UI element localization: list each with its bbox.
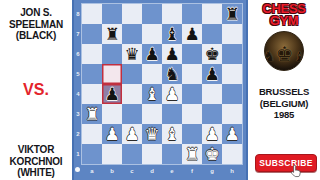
square-f4[interactable] <box>182 84 202 104</box>
black-player-line1: JON S. <box>0 7 72 19</box>
square-d4[interactable]: ♝ <box>142 84 162 104</box>
square-d2[interactable]: ♛ <box>142 124 162 144</box>
file-label-f: f <box>182 165 202 177</box>
square-g2[interactable]: ♟ <box>202 124 222 144</box>
square-c4[interactable] <box>122 84 142 104</box>
square-b7[interactable]: ♜ <box>102 24 122 44</box>
white-pawn: ♟ <box>224 124 239 144</box>
square-h7[interactable] <box>222 24 242 44</box>
square-e5[interactable]: ♞ <box>162 64 182 84</box>
white-player-line3: (WHITE) <box>0 167 72 179</box>
square-e7[interactable]: ♝ <box>162 24 182 44</box>
square-c7[interactable] <box>122 24 142 44</box>
black-pawn: ♟ <box>144 44 159 64</box>
logo-king-icon: ♚ <box>275 44 293 64</box>
file-label-e: e <box>162 165 182 177</box>
black-rook: ♜ <box>104 24 119 44</box>
rank-label-3: 3 <box>74 104 82 124</box>
event-year: 1985 <box>248 109 320 121</box>
board-area: 87654321 ♜♜♝♟♛♟♟♚♞♟♟♝♟♜♟♟♛♝♟♟♜♚ abcdefgh <box>72 0 248 180</box>
logo-bishop-icon: ♝ <box>293 50 304 63</box>
square-c6[interactable]: ♛ <box>122 44 142 64</box>
black-queen: ♛ <box>124 44 139 64</box>
square-d6[interactable]: ♟ <box>142 44 162 64</box>
square-g3[interactable] <box>202 104 222 124</box>
square-d3[interactable] <box>142 104 162 124</box>
black-pawn: ♟ <box>204 64 219 84</box>
square-g1[interactable]: ♚ <box>202 144 222 164</box>
square-g6[interactable]: ♚ <box>202 44 222 64</box>
subscribe-button[interactable]: SUBSCRIBE <box>255 154 317 172</box>
square-e4[interactable]: ♟ <box>162 84 182 104</box>
black-pawn: ♟ <box>164 44 179 64</box>
file-label-d: d <box>142 165 162 177</box>
black-player-line2: SPEELMAN <box>0 19 72 31</box>
square-d7[interactable] <box>142 24 162 44</box>
square-c5[interactable] <box>122 64 142 84</box>
square-b3[interactable] <box>102 104 122 124</box>
white-rook: ♜ <box>84 104 99 124</box>
square-e6[interactable]: ♟ <box>162 44 182 64</box>
square-a6[interactable] <box>82 44 102 64</box>
square-g5[interactable]: ♟ <box>202 64 222 84</box>
square-f2[interactable] <box>182 124 202 144</box>
rank-labels: 87654321 <box>74 4 82 164</box>
white-queen: ♛ <box>144 124 159 144</box>
rank-label-8: 8 <box>74 4 82 24</box>
rank-label-4: 4 <box>74 84 82 104</box>
square-a2[interactable] <box>82 124 102 144</box>
white-pawn: ♟ <box>104 124 119 144</box>
square-d5[interactable] <box>142 64 162 84</box>
white-player-name: VIKTOR KORCHNOI (WHITE) <box>0 144 72 179</box>
square-e8[interactable] <box>162 4 182 24</box>
file-labels: abcdefgh <box>82 165 242 177</box>
square-g7[interactable] <box>202 24 222 44</box>
square-c8[interactable] <box>122 4 142 24</box>
rank-label-5: 5 <box>74 64 82 84</box>
rank-label-7: 7 <box>74 24 82 44</box>
white-pawn: ♟ <box>164 84 179 104</box>
file-label-b: b <box>102 165 122 177</box>
rank-label-6: 6 <box>74 44 82 64</box>
square-c1[interactable] <box>122 144 142 164</box>
rank-label-1: 1 <box>74 144 82 164</box>
white-player-line2: KORCHNOI <box>0 156 72 168</box>
square-h1[interactable] <box>222 144 242 164</box>
square-f8[interactable] <box>182 4 202 24</box>
black-player-line3: (BLACK) <box>0 30 72 42</box>
white-pawn: ♟ <box>124 124 139 144</box>
black-knight: ♞ <box>164 64 179 84</box>
square-b5[interactable] <box>102 64 122 84</box>
square-c2[interactable]: ♟ <box>122 124 142 144</box>
black-player-name: JON S. SPEELMAN (BLACK) <box>0 7 72 42</box>
black-pawn: ♟ <box>184 24 199 44</box>
square-f3[interactable] <box>182 104 202 124</box>
board-grid: ♜♜♝♟♛♟♟♚♞♟♟♝♟♜♟♟♛♝♟♟♜♚ <box>82 4 242 164</box>
square-e3[interactable] <box>162 104 182 124</box>
event-city: BRUSSELS <box>248 86 320 98</box>
square-a5[interactable] <box>82 64 102 84</box>
square-h8[interactable]: ♜ <box>222 4 242 24</box>
file-label-c: c <box>122 165 142 177</box>
board-corner-dot-icon <box>75 167 80 172</box>
square-a3[interactable]: ♜ <box>82 104 102 124</box>
channel-title: CHESS GYM <box>248 3 320 27</box>
square-b8[interactable] <box>102 4 122 24</box>
black-pawn: ♟ <box>104 84 119 104</box>
square-b2[interactable]: ♟ <box>102 124 122 144</box>
black-bishop: ♝ <box>164 24 179 44</box>
channel-title-line2: GYM <box>248 15 320 27</box>
square-e2[interactable]: ♝ <box>162 124 182 144</box>
square-h4[interactable] <box>222 84 242 104</box>
square-a8[interactable] <box>82 4 102 24</box>
event-country: (BELGIUM) <box>248 98 320 110</box>
left-panel: JON S. SPEELMAN (BLACK) VS. VIKTOR KORCH… <box>0 0 72 180</box>
event-info: BRUSSELS (BELGIUM) 1985 <box>248 86 320 121</box>
rank-label-2: 2 <box>74 124 82 144</box>
channel-logo: ♞ ♚ ♝ <box>264 31 304 71</box>
square-b4[interactable]: ♟ <box>102 84 122 104</box>
thumbnail: JON S. SPEELMAN (BLACK) VS. VIKTOR KORCH… <box>0 0 320 180</box>
square-h5[interactable] <box>222 64 242 84</box>
square-h3[interactable] <box>222 104 242 124</box>
file-label-h: h <box>222 165 242 177</box>
square-a4[interactable] <box>82 84 102 104</box>
white-king: ♚ <box>204 144 219 164</box>
square-f5[interactable] <box>182 64 202 84</box>
white-player-line1: VIKTOR <box>0 144 72 156</box>
white-bishop: ♝ <box>144 84 159 104</box>
square-d1[interactable] <box>142 144 162 164</box>
square-g8[interactable] <box>202 4 222 24</box>
square-b6[interactable] <box>102 44 122 64</box>
square-c3[interactable] <box>122 104 142 124</box>
white-rook: ♜ <box>184 144 199 164</box>
square-d8[interactable] <box>142 4 162 24</box>
file-label-g: g <box>202 165 222 177</box>
square-a1[interactable] <box>82 144 102 164</box>
black-rook: ♜ <box>224 4 239 24</box>
black-king: ♚ <box>204 44 219 64</box>
square-a7[interactable] <box>82 24 102 44</box>
square-f7[interactable]: ♟ <box>182 24 202 44</box>
square-e1[interactable] <box>162 144 182 164</box>
square-h2[interactable]: ♟ <box>222 124 242 144</box>
square-h6[interactable] <box>222 44 242 64</box>
subscribe-label: SUBSCRIBE <box>259 158 313 168</box>
vs-label: VS. <box>0 81 72 99</box>
right-panel: CHESS GYM ♞ ♚ ♝ BRUSSELS (BELGIUM) 1985 … <box>248 0 320 180</box>
white-pawn: ♟ <box>204 124 219 144</box>
square-g4[interactable] <box>202 84 222 104</box>
logo-knight-icon: ♞ <box>264 49 275 63</box>
square-f1[interactable]: ♜ <box>182 144 202 164</box>
square-b1[interactable] <box>102 144 122 164</box>
file-label-a: a <box>82 165 102 177</box>
white-bishop: ♝ <box>164 124 179 144</box>
square-f6[interactable] <box>182 44 202 64</box>
